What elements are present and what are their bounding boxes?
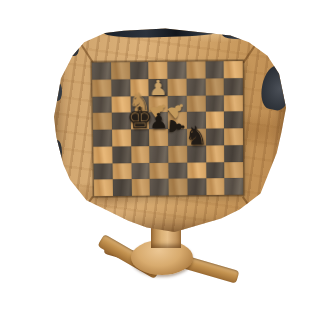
board-square — [205, 95, 224, 112]
board-square — [92, 79, 111, 96]
board-square — [206, 145, 225, 162]
board-square — [167, 78, 186, 95]
frame-miter-seam — [68, 196, 93, 231]
bark-notch-left — [52, 180, 62, 197]
board-square — [169, 179, 188, 196]
board-square — [224, 78, 243, 95]
board-square — [93, 146, 112, 163]
frame-miter-seam — [242, 27, 267, 63]
board-square — [149, 146, 168, 163]
product-photo: ♞♟♟♟♚♟♟♞ — [0, 0, 332, 332]
board-square — [93, 113, 112, 130]
board-square — [167, 62, 186, 79]
chess-piece-black-knight: ♞ — [184, 122, 208, 148]
board-square — [92, 62, 111, 79]
board-square — [131, 146, 150, 163]
board-square — [112, 146, 131, 163]
board-square — [205, 112, 224, 129]
board-square — [150, 179, 169, 196]
board-square — [205, 78, 224, 95]
board-square — [94, 163, 113, 180]
board-square — [168, 162, 187, 179]
board-square — [187, 162, 206, 179]
board-square — [92, 96, 111, 113]
bark-edge-top — [104, 24, 224, 38]
board-square — [186, 78, 205, 95]
board-square — [187, 179, 206, 196]
board-square — [150, 162, 169, 179]
chess-board: ♞♟♟♟♚♟♟♞ — [92, 61, 243, 196]
board-square — [206, 178, 225, 195]
bark-notch-left — [51, 82, 62, 101]
board-square — [224, 128, 243, 145]
bark-notch-left — [49, 140, 62, 164]
table-top: ♞♟♟♟♚♟♟♞ — [54, 6, 286, 232]
board-square — [206, 162, 225, 179]
board-square — [130, 62, 149, 79]
board-square — [186, 61, 205, 78]
board-square — [93, 130, 112, 147]
board-square — [205, 128, 224, 145]
frame-miter-seam — [242, 196, 268, 233]
board-square — [224, 111, 243, 128]
board-square — [131, 163, 150, 180]
board-square — [131, 179, 150, 196]
board-square — [111, 62, 130, 79]
bark-notch-right — [258, 63, 296, 112]
board-square — [94, 179, 113, 196]
bark-notch-top-left — [67, 40, 79, 56]
board-square — [224, 95, 243, 112]
board-square — [225, 178, 244, 195]
board-square — [224, 162, 243, 179]
board-square — [113, 179, 132, 196]
frame-miter-seam — [69, 26, 94, 63]
chess-piece-white-pawn-1: ♟ — [149, 77, 168, 98]
board-square — [112, 163, 131, 180]
board-square — [205, 61, 224, 78]
bark-edge-top-right — [222, 30, 250, 39]
board-square — [224, 61, 243, 78]
board-square — [224, 145, 243, 162]
